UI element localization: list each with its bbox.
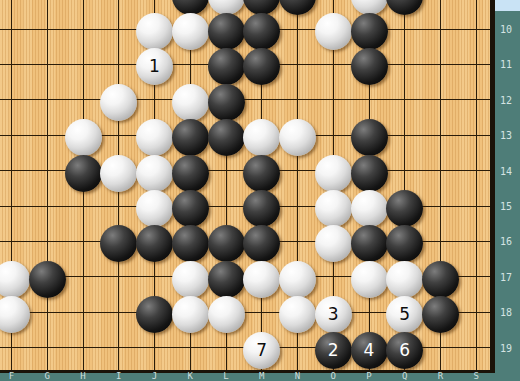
row-label-16: 16 [500, 237, 520, 247]
stone-black-m16 [243, 225, 280, 262]
stone-black-q19-move-6: 6 [386, 332, 423, 369]
col-label-Q: Q [395, 372, 415, 381]
stone-white-n13 [279, 119, 316, 156]
stone-black-k14 [172, 155, 209, 192]
stone-black-r18 [422, 296, 459, 333]
col-label-O: O [323, 372, 343, 381]
stone-white-j14 [136, 155, 173, 192]
row-label-14: 14 [500, 167, 520, 177]
panel-top-gloss [495, 0, 520, 11]
stone-white-p15 [351, 190, 388, 227]
stone-black-q9 [386, 0, 423, 15]
stone-white-o14 [315, 155, 352, 192]
col-label-S: S [466, 372, 486, 381]
stone-white-i14 [100, 155, 137, 192]
stone-black-p16 [351, 225, 388, 262]
row-label-19: 19 [500, 344, 520, 354]
stone-white-q18-move-5: 5 [386, 296, 423, 333]
stone-black-q16 [386, 225, 423, 262]
row-label-10: 10 [500, 25, 520, 35]
stone-white-k10 [172, 13, 209, 50]
row-coordinate-panel: 10111213141516171819 [495, 0, 520, 381]
col-label-G: G [37, 372, 57, 381]
stone-black-i16 [100, 225, 137, 262]
stone-black-j18 [136, 296, 173, 333]
stone-white-k12 [172, 84, 209, 121]
stone-white-n17 [279, 261, 316, 298]
stone-white-m13 [243, 119, 280, 156]
col-label-P: P [359, 372, 379, 381]
stone-black-l11 [208, 48, 245, 85]
stone-white-j10 [136, 13, 173, 50]
stone-black-m11 [243, 48, 280, 85]
col-label-F: F [2, 372, 22, 381]
stone-white-l18 [208, 296, 245, 333]
col-label-I: I [109, 372, 129, 381]
stone-black-m14 [243, 155, 280, 192]
stone-black-m15 [243, 190, 280, 227]
stone-black-g17 [29, 261, 66, 298]
row-label-13: 13 [500, 131, 520, 141]
column-coordinate-strip: FGHIJKLMNOPQRS [0, 373, 520, 381]
stone-black-p14 [351, 155, 388, 192]
stone-white-f18 [0, 296, 30, 333]
stone-black-q15 [386, 190, 423, 227]
stone-white-p17 [351, 261, 388, 298]
col-label-N: N [288, 372, 308, 381]
row-label-17: 17 [500, 273, 520, 283]
stone-black-r17 [422, 261, 459, 298]
stone-white-m17 [243, 261, 280, 298]
go-app-window: 1357246 10111213141516171819 FGHIJKLMNOP… [0, 0, 520, 381]
col-label-J: J [145, 372, 165, 381]
stone-black-m10 [243, 13, 280, 50]
row-label-12: 12 [500, 96, 520, 106]
stone-black-l10 [208, 13, 245, 50]
stone-black-p10 [351, 13, 388, 50]
stone-white-j15 [136, 190, 173, 227]
stone-white-j11-move-1: 1 [136, 48, 173, 85]
stone-white-m19-move-7: 7 [243, 332, 280, 369]
grid-vline-G [47, 0, 48, 370]
col-label-K: K [180, 372, 200, 381]
stone-white-j13 [136, 119, 173, 156]
stone-black-l12 [208, 84, 245, 121]
stone-black-p19-move-4: 4 [351, 332, 388, 369]
stone-white-n18 [279, 296, 316, 333]
stone-black-k16 [172, 225, 209, 262]
col-label-R: R [431, 372, 451, 381]
grid-vline-S [476, 0, 477, 370]
col-label-L: L [216, 372, 236, 381]
stone-white-k18 [172, 296, 209, 333]
stone-white-o10 [315, 13, 352, 50]
stone-white-o18-move-3: 3 [315, 296, 352, 333]
row-label-11: 11 [500, 60, 520, 70]
row-label-18: 18 [500, 308, 520, 318]
stone-black-j16 [136, 225, 173, 262]
stone-black-k15 [172, 190, 209, 227]
stone-black-h14 [65, 155, 102, 192]
grid-hline-12 [0, 99, 490, 100]
stone-white-o15 [315, 190, 352, 227]
stone-black-p11 [351, 48, 388, 85]
stone-white-h13 [65, 119, 102, 156]
stone-black-k13 [172, 119, 209, 156]
col-label-M: M [252, 372, 272, 381]
stone-white-o16 [315, 225, 352, 262]
stone-black-l13 [208, 119, 245, 156]
col-label-H: H [73, 372, 93, 381]
stone-black-l17 [208, 261, 245, 298]
stone-black-p13 [351, 119, 388, 156]
row-label-15: 15 [500, 202, 520, 212]
stone-black-o19-move-2: 2 [315, 332, 352, 369]
stone-white-k17 [172, 261, 209, 298]
stone-black-n9 [279, 0, 316, 15]
stone-white-q17 [386, 261, 423, 298]
stone-white-f17 [0, 261, 30, 298]
go-board[interactable]: 1357246 [0, 0, 495, 373]
stone-white-i12 [100, 84, 137, 121]
stone-black-l16 [208, 225, 245, 262]
